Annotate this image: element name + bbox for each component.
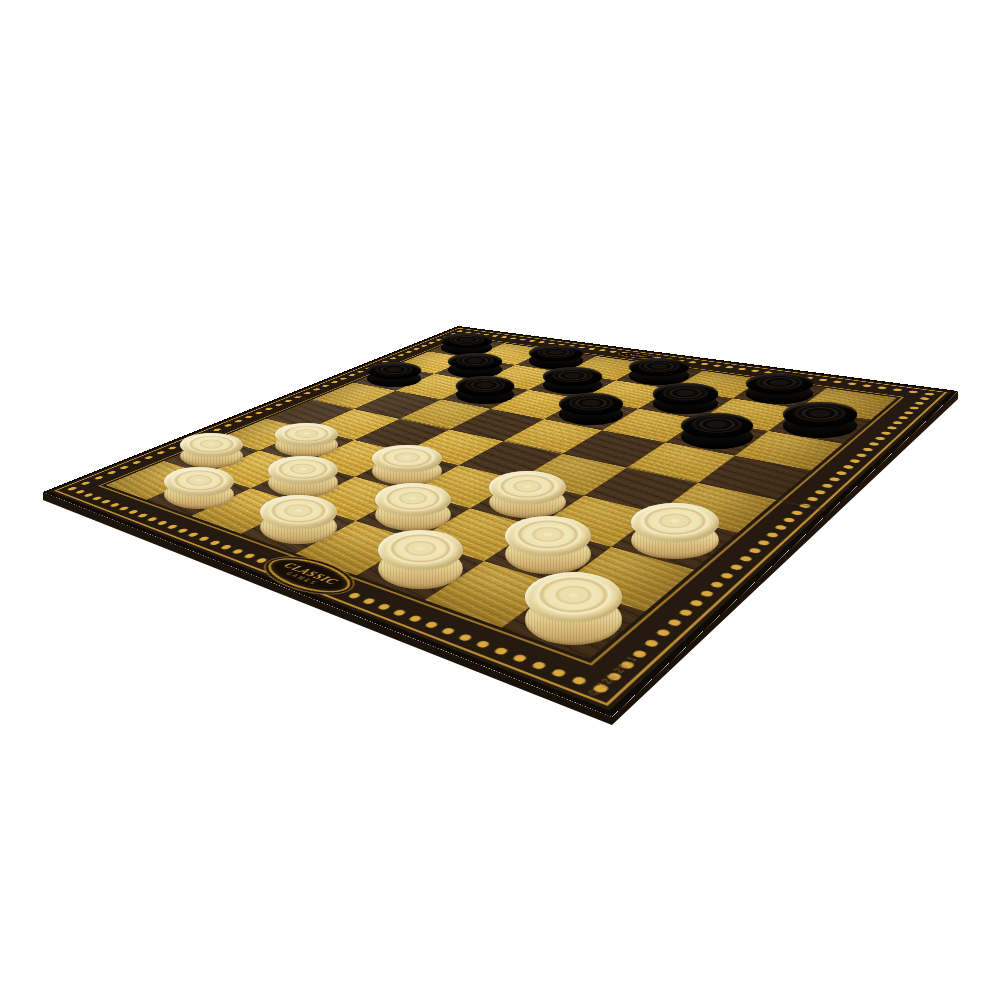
piece-top — [441, 333, 491, 348]
piece-top — [378, 530, 463, 571]
piece-top — [489, 471, 566, 503]
piece-top — [164, 467, 234, 496]
black-piece-r2c0[interactable] — [367, 362, 421, 387]
black-piece-r0c2[interactable] — [529, 345, 584, 369]
black-piece-r1c5[interactable] — [653, 383, 718, 414]
black-piece-r0c4[interactable] — [629, 358, 689, 385]
piece-top — [681, 413, 753, 438]
black-piece-r1c1[interactable] — [448, 353, 502, 377]
white-piece-r5c1[interactable] — [275, 423, 338, 457]
black-piece-r2c6[interactable] — [681, 413, 753, 450]
piece-top — [559, 393, 623, 415]
white-piece-r7c1[interactable] — [164, 467, 234, 509]
piece-top — [653, 383, 718, 404]
white-piece-r5c3[interactable] — [372, 445, 441, 485]
black-piece-r2c2[interactable] — [456, 376, 514, 404]
white-piece-r5c7[interactable] — [631, 503, 719, 559]
white-piece-r6c2[interactable] — [268, 456, 337, 497]
piece-top — [456, 376, 514, 395]
black-piece-r0c0[interactable] — [441, 333, 491, 354]
white-piece-r7c3[interactable] — [260, 495, 336, 544]
black-piece-r2c4[interactable] — [559, 393, 623, 425]
pieces-layer — [0, 0, 1000, 1000]
piece-top — [268, 456, 337, 484]
black-piece-r1c7[interactable] — [783, 402, 857, 438]
white-piece-r6c0[interactable] — [180, 433, 244, 468]
piece-top — [783, 402, 857, 427]
piece-top — [505, 516, 591, 556]
piece-top — [180, 433, 244, 457]
piece-top — [525, 572, 622, 622]
black-piece-r1c3[interactable] — [543, 367, 602, 394]
white-piece-r7c5[interactable] — [378, 530, 463, 589]
white-piece-r7c7[interactable] — [525, 572, 622, 645]
product-photo-scene: CLASSIC GAMES CLASSIC GAMES © 320 2011 — [0, 0, 1000, 1000]
piece-top — [372, 445, 441, 472]
black-piece-r0c6[interactable] — [746, 373, 813, 403]
white-piece-r5c5[interactable] — [489, 471, 566, 518]
white-piece-r6c4[interactable] — [375, 483, 451, 531]
piece-top — [631, 503, 719, 542]
piece-top — [367, 362, 421, 379]
piece-top — [260, 495, 336, 529]
white-piece-r6c6[interactable] — [505, 516, 591, 574]
piece-top — [543, 367, 602, 386]
